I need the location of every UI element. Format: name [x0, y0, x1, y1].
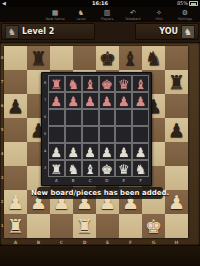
rank-label-6: 6 [1, 103, 5, 108]
chalk-red-piece: ♝ [133, 76, 148, 91]
chalk-cell: ♞ [65, 160, 82, 177]
chalk-file-label: B [65, 178, 82, 184]
chalk-file-labels: ABCDEF [48, 178, 149, 184]
chalk-cell: ♛ [115, 75, 132, 92]
battery-percent: 85% [177, 0, 188, 7]
chalk-white-piece: ♝ [83, 161, 98, 176]
square-a1[interactable]: ♜ [4, 214, 27, 238]
toolbar-icon: ↶ [130, 9, 136, 17]
chalk-white-piece: ♟ [83, 144, 98, 159]
chalk-cell: ♟ [132, 143, 149, 160]
chalk-white-piece: ♞ [66, 161, 81, 176]
chalk-rank-label: 4 [43, 143, 48, 160]
opponent-level-icon: ♞ [5, 25, 19, 39]
square-e8[interactable]: ♚ [96, 46, 119, 70]
chalk-red-piece: ♜ [49, 76, 64, 91]
chalk-cell: ♜ [48, 160, 65, 177]
chalk-cell: ♜ [48, 75, 65, 92]
square-h7[interactable]: ♜ [165, 70, 188, 94]
black-piece-♟: ♟ [4, 94, 27, 118]
announcement-text: New board/pieces has been added. [31, 189, 169, 197]
toolbar-icon: ♞ [78, 9, 84, 17]
square-a8[interactable] [4, 46, 27, 70]
chalk-rank-label: 7 [43, 92, 48, 109]
square-e1[interactable] [96, 214, 119, 238]
black-piece-♜: ♜ [27, 46, 50, 70]
square-f8[interactable]: ♝ [119, 46, 142, 70]
battery-icon [189, 1, 198, 6]
square-f1[interactable] [119, 214, 142, 238]
white-piece-♚: ♚ [142, 214, 165, 238]
square-a2[interactable]: ♟ [4, 190, 27, 214]
chalk-cell [115, 109, 132, 126]
white-piece-♜: ♜ [73, 214, 96, 238]
status-bar: ◀ 16:16 85% [0, 0, 200, 7]
square-h3[interactable] [165, 166, 188, 190]
chalk-cell: ♛ [115, 160, 132, 177]
chalk-file-label: E [115, 178, 132, 184]
rank-label-1: 1 [1, 223, 5, 228]
chalk-cell [132, 109, 149, 126]
table-background [0, 246, 200, 266]
rank-label-4: 4 [1, 151, 5, 156]
square-a7[interactable] [4, 70, 27, 94]
square-h5[interactable]: ♟ [165, 118, 188, 142]
chalk-file-label: C [82, 178, 99, 184]
chalk-cell [115, 126, 132, 143]
toolbar-item-label: Hint [155, 17, 162, 21]
toolbar: ▦New Game♞Level▥Players↶Takeback✧Hint⚙Se… [0, 7, 200, 23]
toolbar-icon: ▦ [52, 9, 59, 17]
chalk-cell [82, 126, 99, 143]
toolbar-icon: ✧ [156, 9, 162, 17]
toolbar-item-hint[interactable]: ✧Hint [146, 9, 172, 21]
black-piece-♚: ♚ [96, 46, 119, 70]
chalk-white-piece: ♟ [49, 144, 64, 159]
toolbar-item-label: Takeback [125, 17, 141, 21]
square-h6[interactable] [165, 94, 188, 118]
rank-label-7: 7 [1, 79, 5, 84]
toolbar-item-new-game[interactable]: ▦New Game [42, 9, 68, 21]
square-a5[interactable] [4, 118, 27, 142]
square-a6[interactable]: ♟ [4, 94, 27, 118]
player-you-label: YOU [159, 27, 178, 36]
white-piece-♟: ♟ [4, 190, 27, 214]
square-h4[interactable] [165, 142, 188, 166]
toolbar-item-level[interactable]: ♞Level [68, 9, 94, 21]
chalk-cell [82, 109, 99, 126]
chalk-cell: ♟ [115, 143, 132, 160]
chalk-rank-label: 6 [43, 109, 48, 126]
chalk-rank-label: 5 [43, 126, 48, 143]
chalk-red-piece: ♛ [116, 76, 131, 91]
chalk-white-piece: ♟ [100, 144, 115, 159]
chalk-white-piece: ♜ [49, 161, 64, 176]
chalk-cell [48, 126, 65, 143]
chalk-red-piece: ♟ [116, 93, 131, 108]
chalk-red-piece: ♝ [83, 76, 98, 91]
announcement-popup[interactable]: 876543 ♜♞♝♚♛♝♟♟♟♟♟♟♟♟♟♟♟♟♜♞♝♚♛♞ ABCDEF [41, 72, 152, 186]
rank-label-8: 8 [1, 55, 5, 60]
toolbar-item-players[interactable]: ▥Players [94, 9, 120, 21]
rank-label-2: 2 [1, 199, 5, 204]
chalk-cell: ♟ [99, 92, 116, 109]
square-c8[interactable] [50, 46, 73, 70]
toolbar-icon: ⚙ [182, 9, 188, 17]
chalk-cell: ♚ [99, 160, 116, 177]
chalk-cell: ♝ [82, 75, 99, 92]
chalk-cell [48, 109, 65, 126]
chalk-cell: ♝ [132, 75, 149, 92]
square-g1[interactable]: ♚ [142, 214, 165, 238]
chalk-red-piece: ♟ [133, 93, 148, 108]
chalk-cell: ♟ [48, 143, 65, 160]
chalk-cell: ♟ [99, 143, 116, 160]
chess-app-screen: ◀ 16:16 85% ▦New Game♞Level▥Players↶Take… [0, 0, 200, 266]
chalk-cell [65, 109, 82, 126]
chalk-cell: ♞ [132, 160, 149, 177]
square-c1[interactable] [50, 214, 73, 238]
square-b8[interactable]: ♜ [27, 46, 50, 70]
chalk-cell: ♟ [65, 143, 82, 160]
black-piece-♟: ♟ [165, 118, 188, 142]
chalk-cell: ♟ [115, 92, 132, 109]
chalk-cell [99, 126, 116, 143]
chalk-rank-labels: 876543 [43, 75, 48, 177]
player-you-bar[interactable]: YOU ♞ [135, 23, 199, 40]
toolbar-icon: ▥ [104, 9, 111, 17]
square-b1[interactable] [27, 214, 50, 238]
toolbar-item-label: Settings [178, 17, 192, 21]
player-header-zone: ♞ Level 2 YOU ♞ [0, 22, 200, 42]
rank-label-3: 3 [1, 175, 5, 180]
toolbar-item-takeback[interactable]: ↶Takeback [120, 9, 146, 21]
toolbar-item-label: New Game [45, 17, 64, 21]
chalk-cell: ♟ [82, 92, 99, 109]
square-g8[interactable]: ♞ [142, 46, 165, 70]
black-piece-♞: ♞ [142, 46, 165, 70]
chalk-rank-label: 8 [43, 75, 48, 92]
chalk-cell: ♝ [82, 160, 99, 177]
announcement-banner: New board/pieces has been added. [37, 187, 163, 199]
chalk-white-piece: ♟ [133, 144, 148, 159]
opponent-level-label: Level 2 [22, 27, 54, 36]
square-a3[interactable] [4, 166, 27, 190]
player-you-knight-icon: ♞ [181, 25, 195, 39]
square-h1[interactable] [165, 214, 188, 238]
chalk-white-piece: ♚ [100, 161, 115, 176]
chalk-cell: ♟ [132, 92, 149, 109]
square-d8[interactable] [73, 46, 96, 70]
chalk-cell: ♚ [99, 75, 116, 92]
chalk-cell: ♟ [82, 143, 99, 160]
chalk-cell [99, 109, 116, 126]
square-d1[interactable]: ♜ [73, 214, 96, 238]
black-piece-♜: ♜ [165, 70, 188, 94]
white-piece-♜: ♜ [4, 214, 27, 238]
chalk-white-piece: ♟ [116, 144, 131, 159]
toolbar-item-label: Players [101, 17, 114, 21]
chalkboard-preview: ♜♞♝♚♛♝♟♟♟♟♟♟♟♟♟♟♟♟♜♞♝♚♛♞ [48, 75, 149, 177]
chalk-file-label: F [132, 178, 149, 184]
chalk-cell: ♞ [65, 75, 82, 92]
chalk-file-label: D [99, 178, 116, 184]
chalk-red-piece: ♟ [49, 93, 64, 108]
chalk-rank-label: 3 [43, 160, 48, 177]
clock-time: 16:16 [0, 0, 200, 7]
rank-label-5: 5 [1, 127, 5, 132]
chalk-red-piece: ♞ [66, 76, 81, 91]
chalk-cell [132, 126, 149, 143]
chalk-file-label: A [48, 178, 65, 184]
chalk-white-piece: ♟ [66, 144, 81, 159]
chalk-cell: ♟ [65, 92, 82, 109]
chalk-cell: ♟ [48, 92, 65, 109]
chalk-white-piece: ♛ [116, 161, 131, 176]
chalk-red-piece: ♟ [66, 93, 81, 108]
chalk-red-piece: ♚ [100, 76, 115, 91]
chalk-red-piece: ♟ [83, 93, 98, 108]
opponent-level-bar[interactable]: ♞ Level 2 [1, 23, 95, 40]
toolbar-item-label: Level [76, 17, 85, 21]
black-piece-♝: ♝ [119, 46, 142, 70]
chalk-white-piece: ♞ [133, 161, 148, 176]
chalk-cell [65, 126, 82, 143]
chalk-red-piece: ♟ [100, 93, 115, 108]
square-h8[interactable] [165, 46, 188, 70]
square-a4[interactable] [4, 142, 27, 166]
toolbar-item-settings[interactable]: ⚙Settings [172, 9, 198, 21]
